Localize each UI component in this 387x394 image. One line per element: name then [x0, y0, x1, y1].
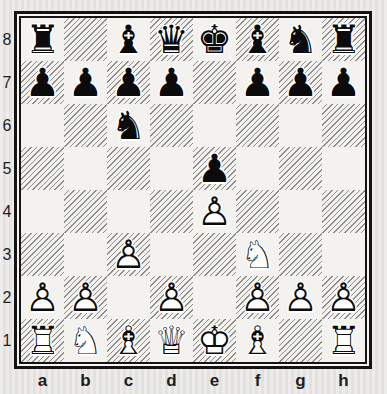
black-pawn-piece: ♟♟	[193, 147, 236, 190]
white-knight-glyph: ♘	[64, 319, 107, 362]
black-rook-piece: ♜♜	[21, 18, 64, 61]
square-f7[interactable]: ♟♟	[236, 61, 279, 104]
white-pawn-piece: ♟♙	[322, 276, 365, 319]
white-pawn-glyph: ♙	[107, 233, 150, 276]
black-knight-piece: ♞♞	[107, 104, 150, 147]
white-bishop-piece: ♝♗	[107, 319, 150, 362]
rank-label-4: 4	[0, 190, 14, 233]
rank-label-3: 3	[0, 233, 14, 276]
square-b7[interactable]: ♟♟	[64, 61, 107, 104]
black-bishop-glyph: ♝	[107, 18, 150, 61]
white-queen-glyph: ♕	[150, 319, 193, 362]
black-pawn-piece: ♟♟	[279, 61, 322, 104]
white-pawn-glyph: ♙	[322, 276, 365, 319]
square-f4[interactable]	[236, 190, 279, 233]
black-pawn-glyph: ♟	[21, 61, 64, 104]
square-g5[interactable]	[279, 147, 322, 190]
black-king-glyph: ♚	[193, 18, 236, 61]
black-pawn-piece: ♟♟	[64, 61, 107, 104]
square-c2[interactable]	[107, 276, 150, 319]
square-f6[interactable]	[236, 104, 279, 147]
square-d7[interactable]: ♟♟	[150, 61, 193, 104]
square-a6[interactable]	[21, 104, 64, 147]
square-d5[interactable]	[150, 147, 193, 190]
square-f5[interactable]	[236, 147, 279, 190]
square-c3[interactable]: ♟♙	[107, 233, 150, 276]
square-a2[interactable]: ♟♙	[21, 276, 64, 319]
rank-label-5: 5	[0, 147, 14, 190]
square-e3[interactable]	[193, 233, 236, 276]
square-f1[interactable]: ♝♗	[236, 319, 279, 362]
rank-label-7: 7	[0, 61, 14, 104]
square-c8[interactable]: ♝♝	[107, 18, 150, 61]
square-d3[interactable]	[150, 233, 193, 276]
white-queen-piece: ♛♕	[150, 319, 193, 362]
white-pawn-glyph: ♙	[21, 276, 64, 319]
square-a1[interactable]: ♜♖	[21, 319, 64, 362]
black-pawn-piece: ♟♟	[21, 61, 64, 104]
square-b3[interactable]	[64, 233, 107, 276]
square-f2[interactable]: ♟♙	[236, 276, 279, 319]
white-rook-glyph: ♖	[21, 319, 64, 362]
black-queen-piece: ♛♛	[150, 18, 193, 61]
square-b8[interactable]	[64, 18, 107, 61]
square-g7[interactable]: ♟♟	[279, 61, 322, 104]
square-c6[interactable]: ♞♞	[107, 104, 150, 147]
white-pawn-glyph: ♙	[150, 276, 193, 319]
black-pawn-piece: ♟♟	[322, 61, 365, 104]
square-c1[interactable]: ♝♗	[107, 319, 150, 362]
black-bishop-piece: ♝♝	[236, 18, 279, 61]
black-rook-piece: ♜♜	[322, 18, 365, 61]
file-label-a: a	[21, 369, 64, 392]
white-bishop-piece: ♝♗	[236, 319, 279, 362]
white-pawn-piece: ♟♙	[21, 276, 64, 319]
square-c4[interactable]	[107, 190, 150, 233]
black-pawn-glyph: ♟	[107, 61, 150, 104]
black-knight-glyph: ♞	[279, 18, 322, 61]
black-knight-piece: ♞♞	[279, 18, 322, 61]
file-label-e: e	[193, 369, 236, 392]
square-b5[interactable]	[64, 147, 107, 190]
white-pawn-piece: ♟♙	[64, 276, 107, 319]
black-queen-glyph: ♛	[150, 18, 193, 61]
black-bishop-glyph: ♝	[236, 18, 279, 61]
square-g1[interactable]	[279, 319, 322, 362]
white-knight-glyph: ♘	[236, 233, 279, 276]
black-pawn-piece: ♟♟	[107, 61, 150, 104]
black-rook-glyph: ♜	[21, 18, 64, 61]
white-pawn-piece: ♟♙	[279, 276, 322, 319]
square-f8[interactable]: ♝♝	[236, 18, 279, 61]
square-h3[interactable]	[322, 233, 365, 276]
square-e7[interactable]	[193, 61, 236, 104]
board-inner-border: ♜♜♝♝♛♛♚♚♝♝♞♞♜♜♟♟♟♟♟♟♟♟♟♟♟♟♟♟♞♞♟♟♟♙♟♙♞♘♟♙…	[19, 16, 367, 364]
file-label-b: b	[64, 369, 107, 392]
square-g6[interactable]	[279, 104, 322, 147]
square-g3[interactable]	[279, 233, 322, 276]
black-king-piece: ♚♚	[193, 18, 236, 61]
file-label-g: g	[279, 369, 322, 392]
white-king-piece: ♚♔	[193, 319, 236, 362]
square-a4[interactable]	[21, 190, 64, 233]
square-d6[interactable]	[150, 104, 193, 147]
black-pawn-glyph: ♟	[279, 61, 322, 104]
file-label-d: d	[150, 369, 193, 392]
square-d8[interactable]: ♛♛	[150, 18, 193, 61]
white-rook-piece: ♜♖	[21, 319, 64, 362]
square-e5[interactable]: ♟♟	[193, 147, 236, 190]
white-pawn-glyph: ♙	[193, 190, 236, 233]
file-label-h: h	[322, 369, 365, 392]
square-h2[interactable]: ♟♙	[322, 276, 365, 319]
file-label-f: f	[236, 369, 279, 392]
square-h7[interactable]: ♟♟	[322, 61, 365, 104]
square-a7[interactable]: ♟♟	[21, 61, 64, 104]
rank-label-2: 2	[0, 276, 14, 319]
square-b4[interactable]	[64, 190, 107, 233]
board-frame: ♜♜♝♝♛♛♚♚♝♝♞♞♜♜♟♟♟♟♟♟♟♟♟♟♟♟♟♟♞♞♟♟♟♙♟♙♞♘♟♙…	[14, 11, 372, 369]
white-rook-glyph: ♖	[322, 319, 365, 362]
black-pawn-glyph: ♟	[193, 147, 236, 190]
white-pawn-glyph: ♙	[279, 276, 322, 319]
square-a8[interactable]: ♜♜	[21, 18, 64, 61]
square-c7[interactable]: ♟♟	[107, 61, 150, 104]
square-h4[interactable]	[322, 190, 365, 233]
square-d1[interactable]: ♛♕	[150, 319, 193, 362]
white-pawn-glyph: ♙	[236, 276, 279, 319]
white-bishop-glyph: ♗	[236, 319, 279, 362]
white-rook-piece: ♜♖	[322, 319, 365, 362]
white-knight-piece: ♞♘	[64, 319, 107, 362]
square-g2[interactable]: ♟♙	[279, 276, 322, 319]
chess-diagram: 87654321 ♜♜♝♝♛♛♚♚♝♝♞♞♜♜♟♟♟♟♟♟♟♟♟♟♟♟♟♟♞♞♟…	[0, 0, 387, 394]
black-pawn-glyph: ♟	[236, 61, 279, 104]
square-e6[interactable]	[193, 104, 236, 147]
chess-board: ♜♜♝♝♛♛♚♚♝♝♞♞♜♜♟♟♟♟♟♟♟♟♟♟♟♟♟♟♞♞♟♟♟♙♟♙♞♘♟♙…	[21, 18, 365, 362]
square-e1[interactable]: ♚♔	[193, 319, 236, 362]
square-e8[interactable]: ♚♚	[193, 18, 236, 61]
file-labels: abcdefgh	[21, 369, 365, 392]
white-pawn-glyph: ♙	[64, 276, 107, 319]
square-b2[interactable]: ♟♙	[64, 276, 107, 319]
white-pawn-piece: ♟♙	[107, 233, 150, 276]
square-a3[interactable]	[21, 233, 64, 276]
square-g4[interactable]	[279, 190, 322, 233]
black-pawn-glyph: ♟	[150, 61, 193, 104]
square-a5[interactable]	[21, 147, 64, 190]
square-h1[interactable]: ♜♖	[322, 319, 365, 362]
square-d2[interactable]: ♟♙	[150, 276, 193, 319]
black-rook-glyph: ♜	[322, 18, 365, 61]
square-e4[interactable]: ♟♙	[193, 190, 236, 233]
black-pawn-glyph: ♟	[64, 61, 107, 104]
square-b6[interactable]	[64, 104, 107, 147]
rank-labels: 87654321	[0, 18, 14, 362]
square-c5[interactable]	[107, 147, 150, 190]
white-pawn-piece: ♟♙	[193, 190, 236, 233]
square-f3[interactable]: ♞♘	[236, 233, 279, 276]
white-pawn-piece: ♟♙	[150, 276, 193, 319]
square-h5[interactable]	[322, 147, 365, 190]
black-pawn-piece: ♟♟	[150, 61, 193, 104]
square-b1[interactable]: ♞♘	[64, 319, 107, 362]
black-pawn-glyph: ♟	[322, 61, 365, 104]
square-h8[interactable]: ♜♜	[322, 18, 365, 61]
square-e2[interactable]	[193, 276, 236, 319]
file-label-c: c	[107, 369, 150, 392]
black-knight-glyph: ♞	[107, 104, 150, 147]
black-bishop-piece: ♝♝	[107, 18, 150, 61]
rank-label-1: 1	[0, 319, 14, 362]
white-knight-piece: ♞♘	[236, 233, 279, 276]
rank-label-6: 6	[0, 104, 14, 147]
white-pawn-piece: ♟♙	[236, 276, 279, 319]
square-h6[interactable]	[322, 104, 365, 147]
white-king-glyph: ♔	[193, 319, 236, 362]
square-g8[interactable]: ♞♞	[279, 18, 322, 61]
white-bishop-glyph: ♗	[107, 319, 150, 362]
rank-label-8: 8	[0, 18, 14, 61]
square-d4[interactable]	[150, 190, 193, 233]
black-pawn-piece: ♟♟	[236, 61, 279, 104]
